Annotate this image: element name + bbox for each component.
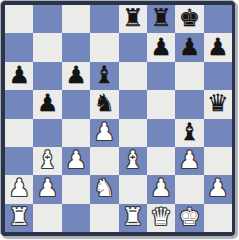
square-b1 (33, 204, 61, 232)
square-d5: ♞ (90, 90, 118, 118)
square-a8 (5, 5, 33, 33)
square-e3: ♝ (119, 147, 147, 175)
white-bishop-e3-piece: ♝ (122, 148, 144, 172)
black-bishop-g4-piece: ♝ (179, 120, 201, 144)
black-pawn-b5-piece: ♟ (37, 91, 59, 115)
square-g4: ♝ (175, 119, 203, 147)
square-d7 (90, 33, 118, 61)
white-bishop-b3-piece: ♝ (37, 148, 59, 172)
square-d1 (90, 204, 118, 232)
chess-board-frame: ♜♜♚♟♟♟♟♟♝♟♞♛♟♝♝♟♝♟♟♟♞♟♟♜♜♛♚ (0, 0, 236, 237)
square-c6: ♟ (62, 62, 90, 90)
white-pawn-d4-piece: ♟ (94, 120, 116, 144)
square-f3 (147, 147, 175, 175)
black-queen-h5-piece: ♛ (207, 91, 229, 115)
square-h3 (204, 147, 232, 175)
square-g8: ♚ (175, 5, 203, 33)
square-e2 (119, 175, 147, 203)
square-c3: ♟ (62, 147, 90, 175)
square-c1 (62, 204, 90, 232)
square-c5 (62, 90, 90, 118)
black-bishop-d6-piece: ♝ (94, 63, 116, 87)
square-a7 (5, 33, 33, 61)
black-rook-f8-piece: ♜ (150, 6, 172, 30)
square-d8 (90, 5, 118, 33)
square-f5 (147, 90, 175, 118)
white-pawn-g3-piece: ♟ (179, 148, 201, 172)
black-pawn-a6-piece: ♟ (8, 63, 30, 87)
square-h7: ♟ (204, 33, 232, 61)
square-h8 (204, 5, 232, 33)
square-g3: ♟ (175, 147, 203, 175)
chess-board: ♜♜♚♟♟♟♟♟♝♟♞♛♟♝♝♟♝♟♟♟♞♟♟♜♜♛♚ (5, 5, 232, 232)
square-g7: ♟ (175, 33, 203, 61)
square-h2: ♟ (204, 175, 232, 203)
square-a1: ♜ (5, 204, 33, 232)
square-a3 (5, 147, 33, 175)
white-pawn-a2-piece: ♟ (8, 176, 30, 200)
square-g2 (175, 175, 203, 203)
square-b3: ♝ (33, 147, 61, 175)
black-pawn-c6-piece: ♟ (65, 63, 87, 87)
square-f4 (147, 119, 175, 147)
square-e8: ♜ (119, 5, 147, 33)
square-b5: ♟ (33, 90, 61, 118)
square-c4 (62, 119, 90, 147)
square-b4 (33, 119, 61, 147)
square-f6 (147, 62, 175, 90)
square-e5 (119, 90, 147, 118)
square-g6 (175, 62, 203, 90)
black-pawn-h7-piece: ♟ (207, 35, 229, 59)
square-b2: ♟ (33, 175, 61, 203)
white-pawn-b2-piece: ♟ (37, 176, 59, 200)
square-a6: ♟ (5, 62, 33, 90)
square-g1: ♚ (175, 204, 203, 232)
square-h4 (204, 119, 232, 147)
black-king-g8-piece: ♚ (179, 6, 201, 30)
square-d2: ♞ (90, 175, 118, 203)
square-h5: ♛ (204, 90, 232, 118)
white-knight-d2-piece: ♞ (94, 176, 116, 200)
square-a2: ♟ (5, 175, 33, 203)
square-c2 (62, 175, 90, 203)
white-pawn-c3-piece: ♟ (65, 148, 87, 172)
square-b7 (33, 33, 61, 61)
black-rook-e8-piece: ♜ (122, 6, 144, 30)
square-f8: ♜ (147, 5, 175, 33)
square-e6 (119, 62, 147, 90)
white-rook-e1-piece: ♜ (122, 205, 144, 229)
square-d3 (90, 147, 118, 175)
black-knight-d5-piece: ♞ (94, 91, 116, 115)
square-h1 (204, 204, 232, 232)
square-c8 (62, 5, 90, 33)
square-h6 (204, 62, 232, 90)
white-queen-f1-piece: ♛ (150, 205, 172, 229)
square-f1: ♛ (147, 204, 175, 232)
black-pawn-g7-piece: ♟ (179, 35, 201, 59)
square-a4 (5, 119, 33, 147)
square-g5 (175, 90, 203, 118)
square-e1: ♜ (119, 204, 147, 232)
square-a5 (5, 90, 33, 118)
chess-diagram-image: ♜♜♚♟♟♟♟♟♝♟♞♛♟♝♝♟♝♟♟♟♞♟♟♜♜♛♚ (0, 0, 239, 240)
square-f7: ♟ (147, 33, 175, 61)
square-f2: ♟ (147, 175, 175, 203)
square-d4: ♟ (90, 119, 118, 147)
white-pawn-h2-piece: ♟ (207, 176, 229, 200)
black-pawn-f7-piece: ♟ (150, 35, 172, 59)
white-pawn-f2-piece: ♟ (150, 176, 172, 200)
square-b6 (33, 62, 61, 90)
square-b8 (33, 5, 61, 33)
white-king-g1-piece: ♚ (179, 205, 201, 229)
square-e7 (119, 33, 147, 61)
square-e4 (119, 119, 147, 147)
square-c7 (62, 33, 90, 61)
square-d6: ♝ (90, 62, 118, 90)
white-rook-a1-piece: ♜ (8, 205, 30, 229)
